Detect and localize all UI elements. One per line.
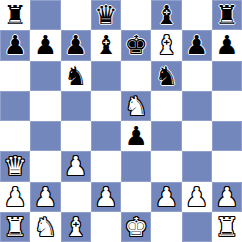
piece-white-pawn[interactable]: ♟ [3,184,26,210]
square-f6[interactable]: ♞ [151,61,181,91]
piece-black-pawn[interactable]: ♟ [34,32,57,58]
piece-black-bishop[interactable]: ♝ [155,2,178,28]
square-h2[interactable]: ♟ [212,182,242,212]
piece-black-rook[interactable]: ♜ [215,2,238,28]
square-h4[interactable] [212,121,242,151]
piece-black-pawn[interactable]: ♟ [185,32,208,58]
piece-white-king[interactable]: ♚ [124,214,147,240]
square-h5[interactable] [212,91,242,121]
square-f3[interactable] [151,151,181,181]
piece-white-knight[interactable]: ♞ [124,93,147,119]
piece-black-knight[interactable]: ♞ [64,63,87,89]
piece-white-pawn[interactable]: ♟ [155,184,178,210]
square-b4[interactable] [30,121,60,151]
square-a3[interactable]: ♛ [0,151,30,181]
square-h6[interactable] [212,61,242,91]
square-a7[interactable]: ♟ [0,30,30,60]
piece-black-knight[interactable]: ♞ [155,63,178,89]
piece-white-pawn[interactable]: ♟ [64,153,87,179]
square-c3[interactable]: ♟ [61,151,91,181]
piece-black-pawn[interactable]: ♟ [124,123,147,149]
square-f1[interactable] [151,212,181,242]
square-e8[interactable] [121,0,151,30]
square-g7[interactable]: ♟ [182,30,212,60]
piece-black-pawn[interactable]: ♟ [215,32,238,58]
square-f5[interactable] [151,91,181,121]
square-c5[interactable] [61,91,91,121]
piece-white-rook[interactable]: ♜ [3,214,26,240]
square-a5[interactable] [0,91,30,121]
square-e7[interactable]: ♚ [121,30,151,60]
square-b1[interactable]: ♞ [30,212,60,242]
square-e1[interactable]: ♚ [121,212,151,242]
square-h8[interactable]: ♜ [212,0,242,30]
chess-board: ♜♛♝♜♟♟♟♝♚♝♟♟♞♞♞♟♛♟♟♟♟♟♟♟♜♞♝♚♜ [0,0,242,242]
square-d5[interactable] [91,91,121,121]
square-d8[interactable]: ♛ [91,0,121,30]
square-f2[interactable]: ♟ [151,182,181,212]
square-g5[interactable] [182,91,212,121]
square-h7[interactable]: ♟ [212,30,242,60]
piece-white-pawn[interactable]: ♟ [34,184,57,210]
square-b8[interactable] [30,0,60,30]
square-e6[interactable] [121,61,151,91]
square-c4[interactable] [61,121,91,151]
square-a2[interactable]: ♟ [0,182,30,212]
piece-white-pawn[interactable]: ♟ [94,184,117,210]
piece-white-pawn[interactable]: ♟ [185,184,208,210]
square-b3[interactable] [30,151,60,181]
square-c6[interactable]: ♞ [61,61,91,91]
piece-white-rook[interactable]: ♜ [215,214,238,240]
square-b2[interactable]: ♟ [30,182,60,212]
square-f8[interactable]: ♝ [151,0,181,30]
square-a1[interactable]: ♜ [0,212,30,242]
square-d4[interactable] [91,121,121,151]
square-d3[interactable] [91,151,121,181]
square-e2[interactable] [121,182,151,212]
square-e4[interactable]: ♟ [121,121,151,151]
square-g4[interactable] [182,121,212,151]
square-d2[interactable]: ♟ [91,182,121,212]
piece-black-king[interactable]: ♚ [124,32,147,58]
square-c7[interactable]: ♟ [61,30,91,60]
square-g2[interactable]: ♟ [182,182,212,212]
piece-white-bishop[interactable]: ♝ [155,32,178,58]
square-a6[interactable] [0,61,30,91]
square-d7[interactable]: ♝ [91,30,121,60]
square-d1[interactable] [91,212,121,242]
square-c1[interactable]: ♝ [61,212,91,242]
square-e5[interactable]: ♞ [121,91,151,121]
square-f7[interactable]: ♝ [151,30,181,60]
piece-white-pawn[interactable]: ♟ [215,184,238,210]
square-a4[interactable] [0,121,30,151]
square-f4[interactable] [151,121,181,151]
square-c8[interactable] [61,0,91,30]
piece-black-pawn[interactable]: ♟ [3,32,26,58]
square-b6[interactable] [30,61,60,91]
piece-black-rook[interactable]: ♜ [3,2,26,28]
square-b7[interactable]: ♟ [30,30,60,60]
piece-black-pawn[interactable]: ♟ [64,32,87,58]
square-g6[interactable] [182,61,212,91]
square-c2[interactable] [61,182,91,212]
square-h1[interactable]: ♜ [212,212,242,242]
piece-white-knight[interactable]: ♞ [34,214,57,240]
square-d6[interactable] [91,61,121,91]
square-a8[interactable]: ♜ [0,0,30,30]
square-b5[interactable] [30,91,60,121]
piece-white-bishop[interactable]: ♝ [64,214,87,240]
square-g1[interactable] [182,212,212,242]
piece-black-queen[interactable]: ♛ [94,2,117,28]
square-g3[interactable] [182,151,212,181]
square-h3[interactable] [212,151,242,181]
piece-black-bishop[interactable]: ♝ [94,32,117,58]
square-g8[interactable] [182,0,212,30]
square-e3[interactable] [121,151,151,181]
piece-white-queen[interactable]: ♛ [3,153,26,179]
